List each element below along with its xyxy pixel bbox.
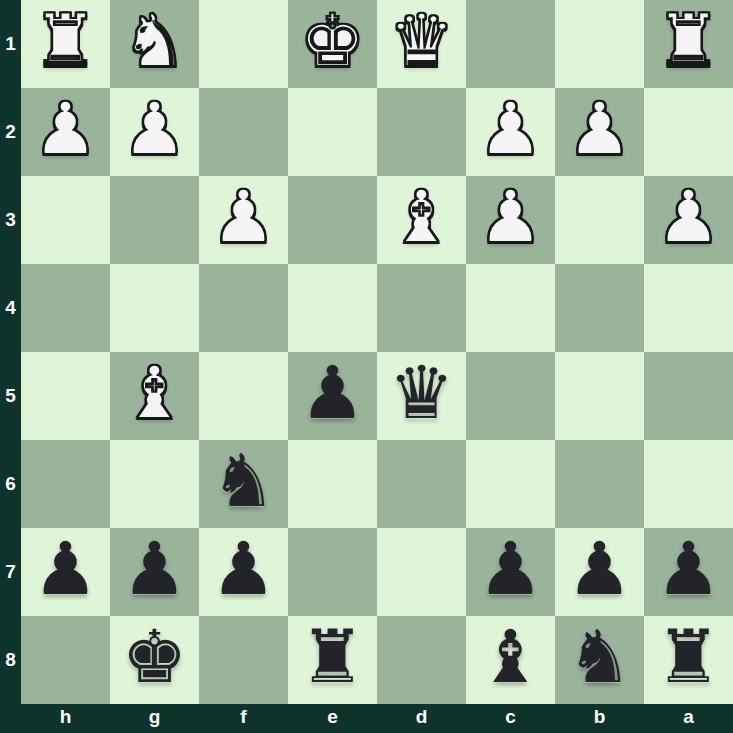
square-b1[interactable]: [555, 0, 644, 88]
rank-label-5: 5: [0, 352, 21, 440]
square-g1[interactable]: ♞: [110, 0, 199, 88]
black-pawn[interactable]: ♟: [300, 349, 365, 437]
rank-label-2: 2: [0, 88, 21, 176]
square-c7[interactable]: ♟: [466, 528, 555, 616]
white-queen[interactable]: ♛: [389, 0, 454, 85]
black-pawn[interactable]: ♟: [122, 525, 187, 613]
square-d3[interactable]: ♝: [377, 176, 466, 264]
black-rook[interactable]: ♜: [300, 613, 365, 701]
file-label-b: b: [555, 704, 644, 733]
square-b4[interactable]: [555, 264, 644, 352]
black-pawn[interactable]: ♟: [656, 525, 721, 613]
square-d8[interactable]: [377, 616, 466, 704]
square-h5[interactable]: [21, 352, 110, 440]
square-g2[interactable]: ♟: [110, 88, 199, 176]
rank-label-6: 6: [0, 440, 21, 528]
square-h2[interactable]: ♟: [21, 88, 110, 176]
white-bishop[interactable]: ♝: [122, 349, 187, 437]
black-pawn[interactable]: ♟: [567, 525, 632, 613]
black-pawn[interactable]: ♟: [33, 525, 98, 613]
rank-label-4: 4: [0, 264, 21, 352]
square-e5[interactable]: ♟: [288, 352, 377, 440]
square-b6[interactable]: [555, 440, 644, 528]
black-pawn[interactable]: ♟: [478, 525, 543, 613]
square-e1[interactable]: ♚: [288, 0, 377, 88]
square-f3[interactable]: ♟: [199, 176, 288, 264]
square-c4[interactable]: [466, 264, 555, 352]
square-b3[interactable]: [555, 176, 644, 264]
square-f7[interactable]: ♟: [199, 528, 288, 616]
file-label-g: g: [110, 704, 199, 733]
white-pawn[interactable]: ♟: [478, 85, 543, 173]
black-rook[interactable]: ♜: [656, 613, 721, 701]
square-a6[interactable]: [644, 440, 733, 528]
square-f4[interactable]: [199, 264, 288, 352]
square-f1[interactable]: [199, 0, 288, 88]
square-e6[interactable]: [288, 440, 377, 528]
square-a7[interactable]: ♟: [644, 528, 733, 616]
black-bishop[interactable]: ♝: [478, 613, 543, 701]
rank-labels: 12345678: [0, 0, 21, 704]
square-a2[interactable]: [644, 88, 733, 176]
square-e2[interactable]: [288, 88, 377, 176]
chess-board[interactable]: ♜♞♚♛♜♟♟♟♟♟♝♟♟♝♟♛♞♟♟♟♟♟♟♚♜♝♞♜: [21, 0, 733, 704]
square-h8[interactable]: [21, 616, 110, 704]
square-f6[interactable]: ♞: [199, 440, 288, 528]
square-b5[interactable]: [555, 352, 644, 440]
file-label-d: d: [377, 704, 466, 733]
square-h1[interactable]: ♜: [21, 0, 110, 88]
square-c8[interactable]: ♝: [466, 616, 555, 704]
square-g3[interactable]: [110, 176, 199, 264]
white-pawn[interactable]: ♟: [478, 173, 543, 261]
square-c3[interactable]: ♟: [466, 176, 555, 264]
square-a3[interactable]: ♟: [644, 176, 733, 264]
white-king[interactable]: ♚: [300, 0, 365, 85]
chess-board-frame: 12345678 ♜♞♚♛♜♟♟♟♟♟♝♟♟♝♟♛♞♟♟♟♟♟♟♚♜♝♞♜ hg…: [0, 0, 733, 733]
white-pawn[interactable]: ♟: [122, 85, 187, 173]
square-e3[interactable]: [288, 176, 377, 264]
square-e4[interactable]: [288, 264, 377, 352]
square-g4[interactable]: [110, 264, 199, 352]
square-a5[interactable]: [644, 352, 733, 440]
black-knight[interactable]: ♞: [211, 437, 276, 525]
square-b2[interactable]: ♟: [555, 88, 644, 176]
file-label-f: f: [199, 704, 288, 733]
black-king[interactable]: ♚: [122, 613, 187, 701]
white-knight[interactable]: ♞: [122, 0, 187, 85]
square-d1[interactable]: ♛: [377, 0, 466, 88]
white-rook[interactable]: ♜: [656, 0, 721, 85]
square-g5[interactable]: ♝: [110, 352, 199, 440]
square-h7[interactable]: ♟: [21, 528, 110, 616]
square-b8[interactable]: ♞: [555, 616, 644, 704]
square-g6[interactable]: [110, 440, 199, 528]
black-queen[interactable]: ♛: [389, 349, 454, 437]
square-d6[interactable]: [377, 440, 466, 528]
white-pawn[interactable]: ♟: [211, 173, 276, 261]
black-knight[interactable]: ♞: [567, 613, 632, 701]
file-label-h: h: [21, 704, 110, 733]
file-label-a: a: [644, 704, 733, 733]
square-d5[interactable]: ♛: [377, 352, 466, 440]
white-pawn[interactable]: ♟: [656, 173, 721, 261]
square-f8[interactable]: [199, 616, 288, 704]
square-g8[interactable]: ♚: [110, 616, 199, 704]
square-d7[interactable]: [377, 528, 466, 616]
white-pawn[interactable]: ♟: [33, 85, 98, 173]
square-c5[interactable]: [466, 352, 555, 440]
rank-label-8: 8: [0, 616, 21, 704]
square-h3[interactable]: [21, 176, 110, 264]
rank-label-3: 3: [0, 176, 21, 264]
square-d2[interactable]: [377, 88, 466, 176]
square-g7[interactable]: ♟: [110, 528, 199, 616]
square-f2[interactable]: [199, 88, 288, 176]
square-f5[interactable]: [199, 352, 288, 440]
white-rook[interactable]: ♜: [33, 0, 98, 85]
square-e7[interactable]: [288, 528, 377, 616]
black-pawn[interactable]: ♟: [211, 525, 276, 613]
square-a1[interactable]: ♜: [644, 0, 733, 88]
rank-label-7: 7: [0, 528, 21, 616]
square-h6[interactable]: [21, 440, 110, 528]
square-c1[interactable]: [466, 0, 555, 88]
rank-label-1: 1: [0, 0, 21, 88]
square-a8[interactable]: ♜: [644, 616, 733, 704]
file-label-e: e: [288, 704, 377, 733]
square-b7[interactable]: ♟: [555, 528, 644, 616]
square-h4[interactable]: [21, 264, 110, 352]
square-c2[interactable]: ♟: [466, 88, 555, 176]
square-e8[interactable]: ♜: [288, 616, 377, 704]
white-bishop[interactable]: ♝: [389, 173, 454, 261]
square-d4[interactable]: [377, 264, 466, 352]
white-pawn[interactable]: ♟: [567, 85, 632, 173]
file-labels: hgfedcba: [21, 704, 733, 733]
file-label-c: c: [466, 704, 555, 733]
square-a4[interactable]: [644, 264, 733, 352]
square-c6[interactable]: [466, 440, 555, 528]
